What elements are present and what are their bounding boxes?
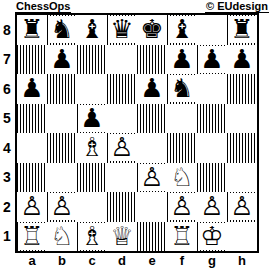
rank-label-3: 3 <box>0 163 14 193</box>
square-h5[interactable] <box>227 104 257 134</box>
square-d6[interactable] <box>107 74 137 104</box>
square-e2[interactable] <box>137 192 167 222</box>
square-g4[interactable] <box>197 133 227 163</box>
chess-diagram: ChessOps © EUdesign 87654321 ♜♞♝♛♚♝♜♟♟♟♟… <box>0 0 270 270</box>
piece-white-king: ♔ <box>199 223 225 250</box>
square-b4[interactable] <box>47 133 77 163</box>
square-b1[interactable]: ♘ <box>47 222 77 252</box>
square-f2[interactable]: ♙ <box>167 192 197 222</box>
piece-white-pawn: ♙ <box>169 193 195 220</box>
square-a1[interactable]: ♖ <box>17 222 47 252</box>
piece-white-queen: ♕ <box>109 223 135 250</box>
square-e4[interactable] <box>137 133 167 163</box>
square-a4[interactable] <box>17 133 47 163</box>
square-d3[interactable] <box>107 163 137 193</box>
piece-black-pawn: ♟ <box>169 46 195 73</box>
file-labels: abcdefgh <box>17 254 257 268</box>
file-label-a: a <box>17 254 47 268</box>
piece-black-pawn: ♟ <box>79 105 105 132</box>
piece-white-knight: ♘ <box>49 223 75 250</box>
square-c7[interactable] <box>77 45 107 75</box>
square-b8[interactable]: ♞ <box>47 15 77 45</box>
square-f6[interactable]: ♞ <box>167 74 197 104</box>
chess-board: ♜♞♝♛♚♝♜♟♟♟♟♟♟♞♟♗♙♙♘♙♙♙♙♙♖♘♗♕♖♔ <box>17 15 257 251</box>
piece-white-bishop: ♗ <box>79 223 105 250</box>
piece-black-pawn: ♟ <box>19 75 45 102</box>
piece-black-pawn: ♟ <box>139 75 165 102</box>
credit-link: © EUdesign <box>205 0 269 13</box>
square-b2[interactable]: ♙ <box>47 192 77 222</box>
piece-black-bishop: ♝ <box>169 16 195 43</box>
square-g5[interactable] <box>197 104 227 134</box>
square-f7[interactable]: ♟ <box>167 45 197 75</box>
square-a2[interactable]: ♙ <box>17 192 47 222</box>
piece-black-pawn: ♟ <box>49 46 75 73</box>
file-label-c: c <box>77 254 107 268</box>
square-d8[interactable]: ♛ <box>107 15 137 45</box>
file-label-h: h <box>227 254 257 268</box>
square-c5[interactable]: ♟ <box>77 104 107 134</box>
piece-white-pawn: ♙ <box>49 193 75 220</box>
square-g3[interactable] <box>197 163 227 193</box>
file-label-f: f <box>167 254 197 268</box>
square-h3[interactable] <box>227 163 257 193</box>
square-d4[interactable]: ♙ <box>107 133 137 163</box>
square-c6[interactable] <box>77 74 107 104</box>
square-e5[interactable] <box>137 104 167 134</box>
piece-black-bishop: ♝ <box>79 16 105 43</box>
piece-white-pawn: ♙ <box>199 193 225 220</box>
square-f8[interactable]: ♝ <box>167 15 197 45</box>
square-h6[interactable] <box>227 74 257 104</box>
square-c4[interactable]: ♗ <box>77 133 107 163</box>
rank-label-1: 1 <box>0 222 14 252</box>
square-f1[interactable]: ♖ <box>167 222 197 252</box>
square-h4[interactable] <box>227 133 257 163</box>
square-d5[interactable] <box>107 104 137 134</box>
piece-black-queen: ♛ <box>109 16 135 43</box>
file-label-b: b <box>47 254 77 268</box>
piece-black-knight: ♞ <box>169 75 195 102</box>
rank-label-7: 7 <box>0 45 14 75</box>
square-c2[interactable] <box>77 192 107 222</box>
square-d1[interactable]: ♕ <box>107 222 137 252</box>
piece-white-rook: ♖ <box>19 223 45 250</box>
square-c3[interactable] <box>77 163 107 193</box>
square-c1[interactable]: ♗ <box>77 222 107 252</box>
piece-white-pawn: ♙ <box>139 164 165 191</box>
square-h2[interactable]: ♙ <box>227 192 257 222</box>
square-f4[interactable] <box>167 133 197 163</box>
piece-white-knight: ♘ <box>169 164 195 191</box>
rank-label-4: 4 <box>0 133 14 163</box>
square-e8[interactable]: ♚ <box>137 15 167 45</box>
square-g8[interactable] <box>197 15 227 45</box>
square-d2[interactable] <box>107 192 137 222</box>
file-label-e: e <box>137 254 167 268</box>
square-d7[interactable] <box>107 45 137 75</box>
square-h1[interactable] <box>227 222 257 252</box>
file-label-d: d <box>107 254 137 268</box>
square-c8[interactable]: ♝ <box>77 15 107 45</box>
square-a8[interactable]: ♜ <box>17 15 47 45</box>
piece-white-pawn: ♙ <box>229 193 255 220</box>
rank-labels: 87654321 <box>0 15 14 251</box>
square-f5[interactable] <box>167 104 197 134</box>
square-a5[interactable] <box>17 104 47 134</box>
piece-black-pawn: ♟ <box>229 46 255 73</box>
piece-black-pawn: ♟ <box>199 46 225 73</box>
piece-white-rook: ♖ <box>169 223 195 250</box>
piece-black-knight: ♞ <box>49 16 75 43</box>
piece-black-king: ♚ <box>139 16 165 43</box>
square-e6[interactable]: ♟ <box>137 74 167 104</box>
square-f3[interactable]: ♘ <box>167 163 197 193</box>
piece-black-rook: ♜ <box>229 16 255 43</box>
square-h8[interactable]: ♜ <box>227 15 257 45</box>
square-h7[interactable]: ♟ <box>227 45 257 75</box>
square-e7[interactable] <box>137 45 167 75</box>
square-b6[interactable] <box>47 74 77 104</box>
rank-label-2: 2 <box>0 192 14 222</box>
piece-black-rook: ♜ <box>19 16 45 43</box>
square-b7[interactable]: ♟ <box>47 45 77 75</box>
square-g7[interactable]: ♟ <box>197 45 227 75</box>
square-g6[interactable] <box>197 74 227 104</box>
square-e1[interactable] <box>137 222 167 252</box>
board-frame: ♜♞♝♛♚♝♜♟♟♟♟♟♟♞♟♗♙♙♘♙♙♙♙♙♖♘♗♕♖♔ <box>15 13 259 253</box>
rank-label-6: 6 <box>0 74 14 104</box>
square-a7[interactable] <box>17 45 47 75</box>
square-g2[interactable]: ♙ <box>197 192 227 222</box>
square-b5[interactable] <box>47 104 77 134</box>
square-b3[interactable] <box>47 163 77 193</box>
file-label-g: g <box>197 254 227 268</box>
square-a6[interactable]: ♟ <box>17 74 47 104</box>
square-g1[interactable]: ♔ <box>197 222 227 252</box>
piece-white-bishop: ♗ <box>79 134 105 161</box>
rank-label-8: 8 <box>0 15 14 45</box>
piece-white-pawn: ♙ <box>109 134 135 161</box>
piece-white-pawn: ♙ <box>19 193 45 220</box>
rank-label-5: 5 <box>0 104 14 134</box>
square-a3[interactable] <box>17 163 47 193</box>
app-title: ChessOps <box>15 0 71 13</box>
square-e3[interactable]: ♙ <box>137 163 167 193</box>
